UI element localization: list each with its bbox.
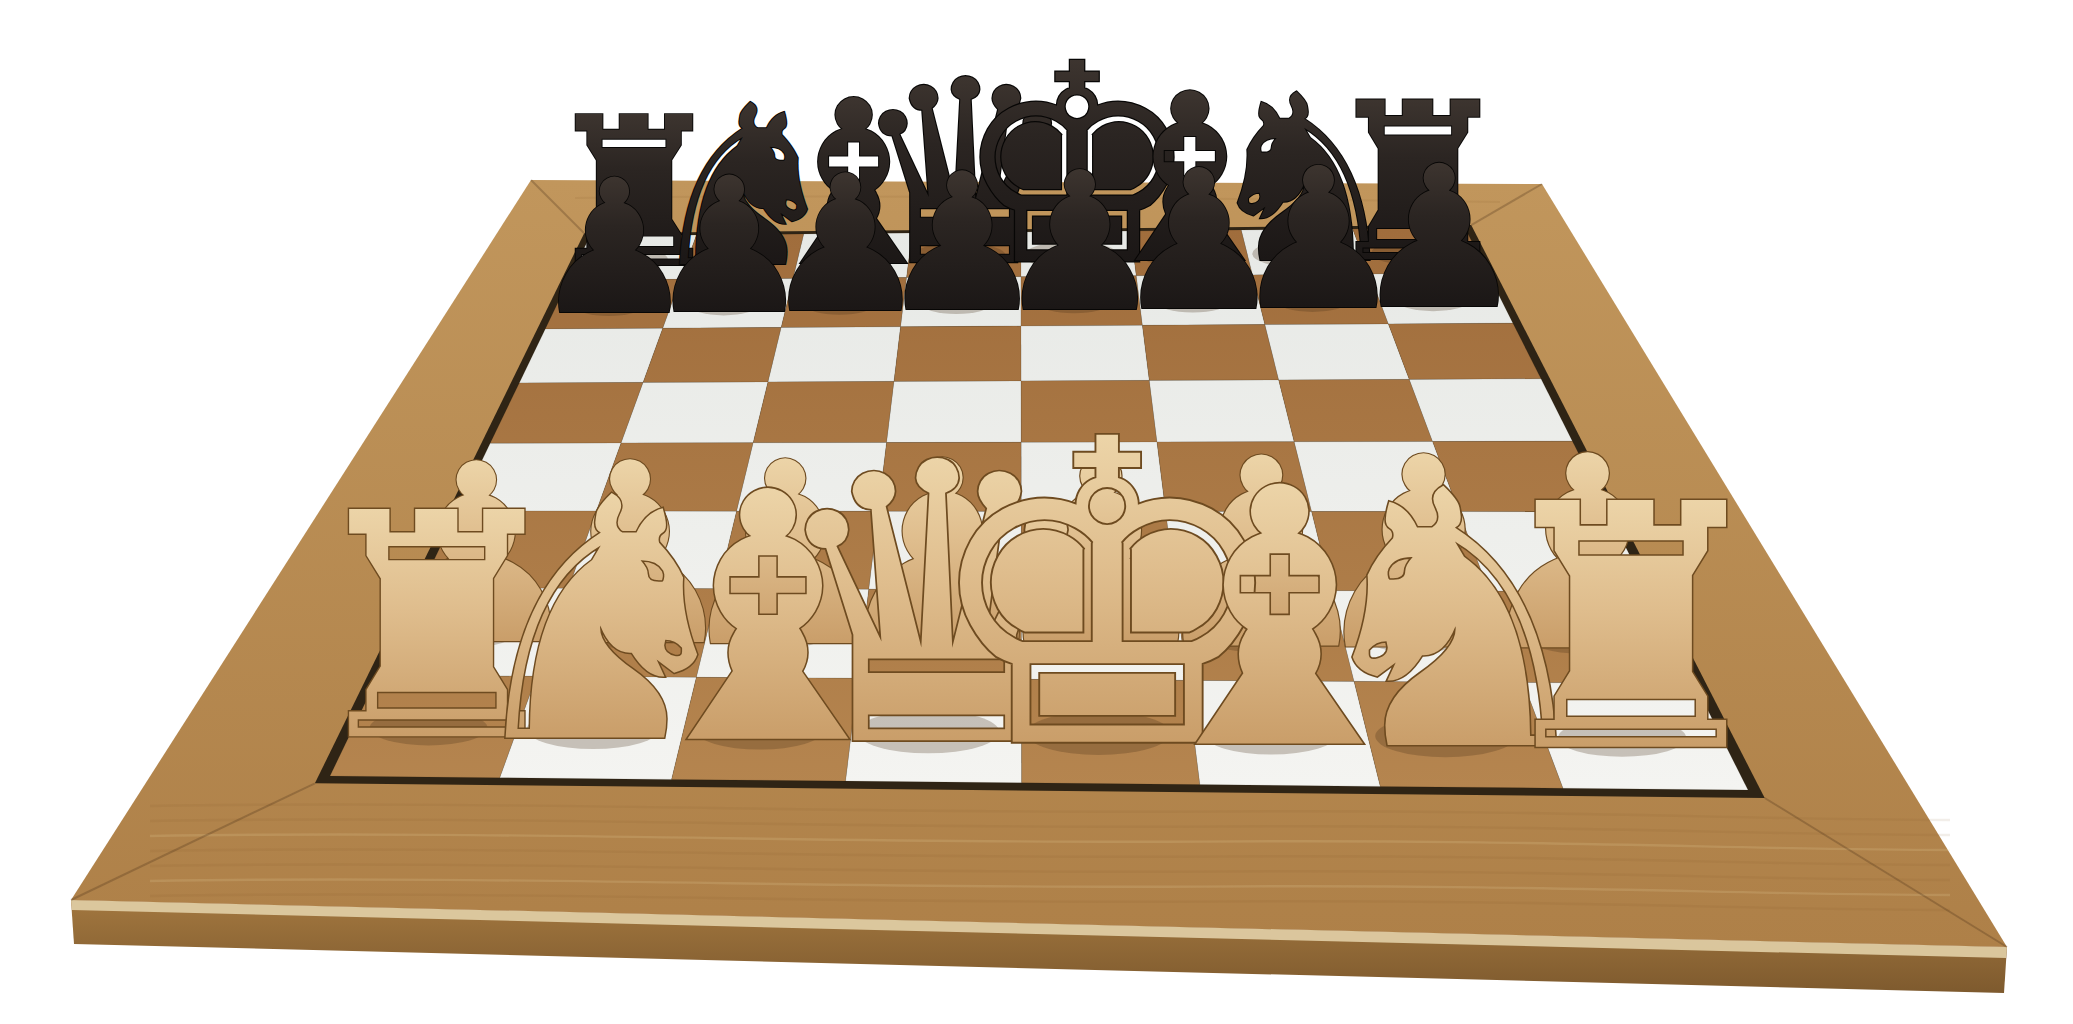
pieces: ♜♞♝♛♚♝♞♜♟♟♟♟♟♟♟♟♟♟♟♟♟♟♟♟♜♞♝♛♚♝♞♜ (297, 5, 1782, 841)
board-scene: ♜♞♝♛♚♝♞♜♟♟♟♟♟♟♟♟♟♟♟♟♟♟♟♟♜♞♝♛♚♝♞♜ (0, 0, 2073, 1024)
piece-white-rook-h1[interactable]: ♜ (1480, 433, 1783, 827)
piece-black-pawn-h7[interactable]: ♟ (1351, 124, 1527, 352)
chess-board-photo: ♜♞♝♛♚♝♞♜♟♟♟♟♟♟♟♟♟♟♟♟♟♟♟♟♜♞♝♛♚♝♞♜ (0, 0, 2073, 1024)
